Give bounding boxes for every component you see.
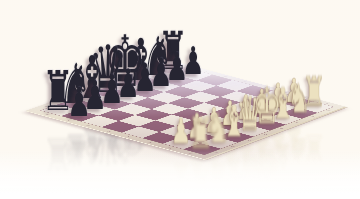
chess-piece-white-pawn-f2: ♟	[252, 85, 272, 118]
chess-piece-white-knight-g1: ♞	[287, 80, 310, 119]
chess-piece-black-pawn-d7: ♟	[117, 65, 140, 104]
chess-piece-white-pawn-e2: ♟	[236, 91, 256, 125]
chess-piece-white-pawn-c2: ♟	[204, 102, 224, 136]
chess-piece-black-bishop-f8: ♝	[124, 31, 158, 89]
chess-piece-white-bishop-f1: ♝	[270, 83, 295, 125]
chess-piece-white-pawn-h2: ♟	[284, 74, 304, 107]
chess-piece-white-rook-a1: ♜	[189, 113, 214, 156]
chess-piece-black-pawn-h7: ♟	[182, 42, 205, 80]
chess-piece-black-pawn-b7: ♟	[84, 76, 108, 116]
chess-piece-white-queen-d1: ♛	[237, 91, 265, 138]
chess-piece-white-rook-h1: ♜	[302, 72, 326, 113]
chess-piece-white-pawn-b2: ♟	[187, 108, 207, 142]
chess-piece-black-queen-d8: ♛	[89, 37, 128, 103]
chess-piece-white-pawn-d2: ♟	[220, 97, 240, 131]
chess-piece-white-pawn-g2: ♟	[268, 79, 288, 112]
chess-piece-black-king-e8: ♚	[104, 26, 146, 97]
chess-photo-stage: ♜♞♝♛♚♝♞♜♟♟♟♟♟♟♟♟♟♟♟♟♟♟♟♟♜♞♝♛♚♝♞♜ abcdefg…	[0, 0, 360, 199]
chess-piece-white-knight-b1: ♞	[206, 108, 230, 148]
chess-piece-black-pawn-c7: ♟	[100, 70, 123, 110]
pieces-layer: ♜♞♝♛♚♝♞♜♟♟♟♟♟♟♟♟♟♟♟♟♟♟♟♟♜♞♝♛♚♝♞♜	[0, 0, 360, 199]
chess-piece-black-pawn-a7: ♟	[67, 82, 91, 122]
chess-piece-white-king-e1: ♚	[252, 82, 281, 132]
chess-piece-black-pawn-f7: ♟	[150, 53, 173, 92]
chess-piece-black-pawn-e7: ♟	[133, 59, 156, 98]
chess-piece-black-pawn-g7: ♟	[166, 48, 189, 87]
chess-piece-black-bishop-c8: ♝	[74, 48, 109, 107]
chess-piece-black-knight-g8: ♞	[141, 29, 173, 83]
chess-piece-black-rook-h8: ♜	[158, 25, 189, 78]
chess-piece-black-knight-b8: ♞	[59, 57, 92, 112]
chess-piece-white-pawn-a2: ♟	[170, 114, 190, 149]
chess-piece-black-rook-a8: ♜	[42, 63, 74, 118]
chess-piece-white-bishop-c1: ♝	[221, 100, 247, 143]
